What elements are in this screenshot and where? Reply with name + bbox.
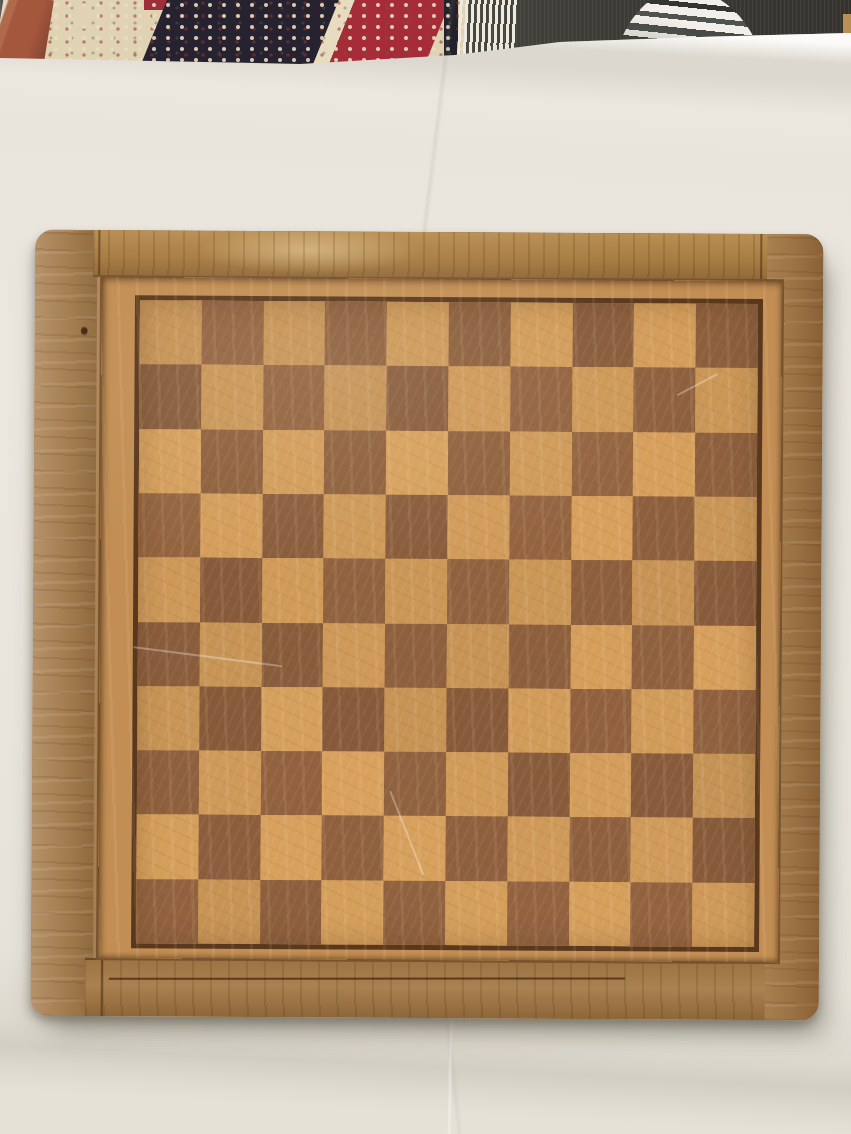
square-g10[interactable] — [510, 303, 572, 368]
square-e8[interactable] — [386, 430, 448, 495]
board-panel — [96, 275, 784, 964]
wood-knot — [81, 326, 88, 336]
square-i4[interactable] — [632, 689, 694, 754]
square-i6[interactable] — [632, 560, 694, 625]
square-g7[interactable] — [509, 495, 571, 560]
square-e10[interactable] — [387, 302, 449, 367]
square-g6[interactable] — [509, 560, 571, 625]
square-d5[interactable] — [323, 623, 385, 688]
square-c4[interactable] — [261, 687, 323, 752]
square-b3[interactable] — [199, 751, 261, 816]
scene — [0, 0, 851, 1134]
square-b1[interactable] — [198, 879, 260, 944]
square-c10[interactable] — [263, 301, 325, 366]
square-a2[interactable] — [136, 815, 198, 880]
frame-seam-left — [98, 230, 100, 275]
square-c3[interactable] — [260, 751, 322, 816]
square-b6[interactable] — [200, 558, 262, 623]
square-a6[interactable] — [138, 557, 200, 622]
square-g1[interactable] — [507, 881, 569, 946]
square-g4[interactable] — [508, 688, 570, 753]
square-h8[interactable] — [571, 431, 633, 496]
square-b9[interactable] — [201, 365, 263, 430]
square-i8[interactable] — [633, 432, 695, 497]
square-i10[interactable] — [634, 303, 696, 368]
square-f9[interactable] — [448, 366, 510, 431]
square-e6[interactable] — [385, 559, 447, 624]
frame-seam-bottom-left — [101, 960, 103, 1016]
board-inlay-border — [131, 295, 763, 952]
square-a4[interactable] — [137, 686, 199, 751]
square-d8[interactable] — [324, 430, 386, 495]
frame-top-rail — [93, 230, 767, 281]
rug-black-band — [134, 0, 360, 72]
square-e9[interactable] — [386, 366, 448, 431]
square-i9[interactable] — [634, 368, 696, 433]
square-f8[interactable] — [448, 431, 510, 496]
square-f10[interactable] — [449, 302, 511, 367]
square-e3[interactable] — [384, 752, 446, 817]
square-j1[interactable] — [692, 882, 754, 947]
square-f4[interactable] — [446, 688, 508, 753]
square-d10[interactable] — [325, 301, 387, 366]
square-h7[interactable] — [571, 496, 633, 561]
square-g5[interactable] — [508, 624, 570, 689]
square-h9[interactable] — [572, 367, 634, 432]
square-c2[interactable] — [260, 815, 322, 880]
square-b4[interactable] — [199, 686, 261, 751]
square-f6[interactable] — [447, 559, 509, 624]
square-h2[interactable] — [569, 817, 631, 882]
square-g2[interactable] — [507, 817, 569, 882]
square-d6[interactable] — [323, 559, 385, 624]
square-b10[interactable] — [201, 301, 263, 366]
square-a3[interactable] — [137, 750, 199, 815]
square-f7[interactable] — [447, 495, 509, 560]
square-a7[interactable] — [138, 493, 200, 558]
square-f3[interactable] — [446, 752, 508, 817]
square-c1[interactable] — [260, 880, 322, 945]
frame-seam-right — [760, 234, 762, 279]
square-j4[interactable] — [693, 689, 755, 754]
square-c8[interactable] — [262, 430, 324, 495]
square-j8[interactable] — [695, 432, 757, 497]
square-g9[interactable] — [510, 367, 572, 432]
square-f2[interactable] — [445, 817, 507, 882]
square-c5[interactable] — [261, 622, 323, 687]
square-e1[interactable] — [383, 880, 445, 945]
square-b5[interactable] — [199, 622, 261, 687]
square-d4[interactable] — [323, 687, 385, 752]
board-grid[interactable] — [136, 300, 758, 947]
square-g3[interactable] — [508, 753, 570, 818]
rug-red-top-stripe — [144, 0, 444, 10]
square-e2[interactable] — [384, 816, 446, 881]
square-a1[interactable] — [136, 879, 198, 944]
square-b8[interactable] — [201, 429, 263, 494]
square-d9[interactable] — [325, 366, 387, 431]
square-j10[interactable] — [696, 304, 758, 369]
square-f1[interactable] — [445, 881, 507, 946]
square-g8[interactable] — [510, 431, 572, 496]
square-h4[interactable] — [570, 689, 632, 754]
square-f5[interactable] — [447, 624, 509, 689]
square-a10[interactable] — [140, 300, 202, 365]
square-a8[interactable] — [139, 429, 201, 494]
square-a9[interactable] — [139, 365, 201, 430]
square-j3[interactable] — [693, 754, 755, 819]
frame-bottom-rail — [85, 958, 765, 1020]
square-h5[interactable] — [570, 624, 632, 689]
square-d2[interactable] — [322, 816, 384, 881]
square-i1[interactable] — [630, 882, 692, 947]
square-e7[interactable] — [386, 495, 448, 560]
square-i7[interactable] — [633, 496, 695, 561]
square-h10[interactable] — [572, 303, 634, 368]
square-j9[interactable] — [695, 368, 757, 433]
square-e4[interactable] — [384, 688, 446, 753]
square-d3[interactable] — [322, 751, 384, 816]
frame-crack — [109, 977, 625, 979]
square-i3[interactable] — [631, 753, 693, 818]
square-c7[interactable] — [262, 494, 324, 559]
square-d7[interactable] — [324, 494, 386, 559]
square-h6[interactable] — [571, 560, 633, 625]
square-h1[interactable] — [569, 882, 631, 947]
square-c6[interactable] — [262, 558, 324, 623]
square-i2[interactable] — [631, 818, 693, 883]
square-e5[interactable] — [385, 623, 447, 688]
square-i5[interactable] — [632, 625, 694, 690]
square-d1[interactable] — [321, 880, 383, 945]
square-c9[interactable] — [263, 365, 325, 430]
draughts-board — [31, 230, 824, 1021]
square-j5[interactable] — [694, 625, 756, 690]
frame-left-rail — [31, 230, 98, 1016]
square-b7[interactable] — [200, 494, 262, 559]
square-j2[interactable] — [693, 818, 755, 883]
square-h3[interactable] — [569, 753, 631, 818]
square-j6[interactable] — [694, 561, 756, 626]
square-b2[interactable] — [198, 815, 260, 880]
square-j7[interactable] — [695, 497, 757, 562]
